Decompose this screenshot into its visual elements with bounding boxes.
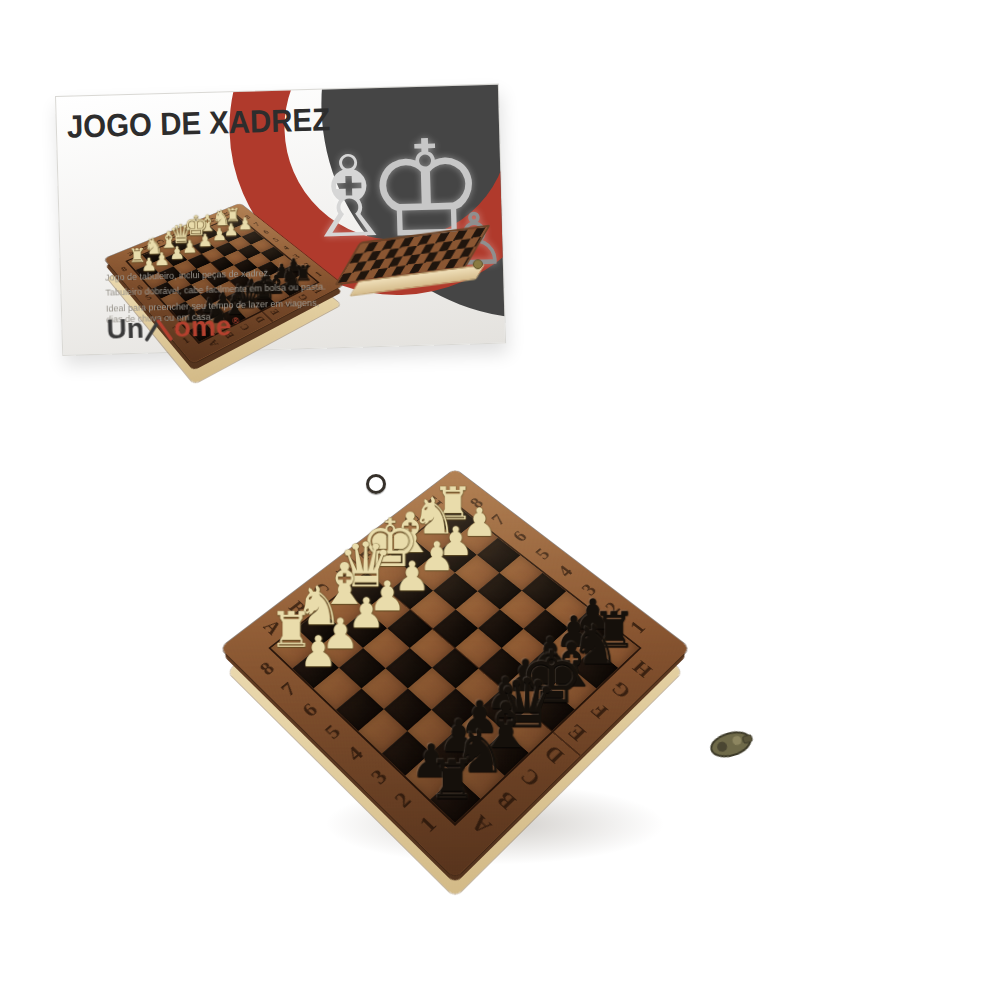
- piece-glyph: ♟: [132, 250, 192, 269]
- file-label-far-A: A: [125, 250, 138, 257]
- file-label-far-E: E: [354, 544, 380, 565]
- square-f7: ♟: [411, 555, 455, 591]
- rank-label-4: 4: [343, 742, 369, 767]
- square-e6: [410, 591, 455, 629]
- piece-glyph: ♞: [378, 491, 490, 541]
- piece-glyph: ♞: [194, 208, 249, 231]
- square-e8: ♚: [367, 555, 411, 591]
- square-e7: ♟: [193, 240, 215, 254]
- packaging-box: ♗ ♔ ♙ JOGO DE XADREZ ♜♞♝♛♚♝♞♜♟♟♟♟♟♟♟♟♟♟♟…: [55, 84, 506, 356]
- file-label-far-H: H: [420, 493, 447, 514]
- piece-glyph: ♟: [258, 631, 380, 674]
- file-label-far-C: C: [307, 579, 335, 602]
- square-f6: [433, 573, 477, 610]
- file-label-far-G: G: [207, 216, 219, 223]
- piece-glyph: ♟: [355, 557, 471, 598]
- square-e7: ♟: [389, 573, 433, 610]
- file-label-far-D: D: [167, 233, 179, 240]
- square-h6: [477, 538, 520, 573]
- square-f5: [224, 250, 247, 265]
- brand-prefix: Un: [106, 315, 144, 344]
- square-d8: ♛: [344, 573, 388, 610]
- square-g7: ♟: [220, 229, 242, 242]
- rank-label-1: 1: [414, 811, 442, 838]
- square-e6: [202, 248, 225, 263]
- piece-glyph: ♟: [160, 238, 218, 257]
- box-folded-board: [346, 233, 479, 290]
- piece-glyph: ♛: [308, 534, 424, 596]
- square-f8: ♝: [198, 227, 220, 240]
- rank-label-right-5: 5: [271, 236, 281, 243]
- piece-glyph: ♚: [333, 511, 447, 577]
- file-label-far-C: C: [153, 238, 165, 245]
- square-d6: [188, 254, 211, 269]
- square-h5: [499, 555, 543, 591]
- product-photo: ♗ ♔ ♙ JOGO DE XADREZ ♜♞♝♛♚♝♞♜♟♟♟♟♟♟♟♟♟♟♟…: [0, 0, 1000, 1000]
- house-icon: [145, 317, 174, 342]
- square-d8: ♛: [171, 238, 193, 252]
- square-e5: [432, 609, 477, 648]
- square-f5: [455, 591, 500, 629]
- piece-glyph: ♟: [399, 522, 512, 562]
- square-h4: [521, 573, 565, 610]
- file-label-far-E: E: [181, 227, 193, 234]
- square-f7: ♟: [206, 234, 228, 248]
- piece-glyph: ♜: [387, 754, 519, 808]
- rank-label-right-4: 4: [553, 562, 577, 582]
- file-label-far-B: B: [139, 244, 151, 251]
- piece-glyph: ♞: [124, 235, 183, 259]
- piece-glyph: ♛: [152, 220, 209, 247]
- box-title: JOGO DE XADREZ: [66, 101, 330, 145]
- square-f8: ♝: [390, 538, 433, 573]
- piece-glyph: ♟: [380, 537, 494, 577]
- rank-label-right-7: 7: [252, 221, 262, 227]
- file-label-far-F: F: [377, 527, 402, 547]
- square-g5: [477, 573, 521, 610]
- brand-suffix: ome: [173, 312, 231, 342]
- rank-label-7: 7: [276, 678, 301, 701]
- square-c8: ♝: [157, 243, 179, 257]
- rank-label-6: 6: [298, 699, 323, 722]
- chess-board: ♜♞♝♛♚♝♞♜♟♟♟♟♟♟♟♟♟♟♟♟♟♟♟♟♜♞♝♛♚♝♞♜88AA77BB…: [220, 469, 690, 879]
- piece-glyph: ♜: [108, 245, 167, 266]
- rank-label-right-3: 3: [577, 580, 602, 600]
- rank-label-right-6: 6: [261, 228, 271, 235]
- square-g6: [455, 555, 499, 591]
- piece-glyph: ♝: [354, 505, 467, 561]
- piece-glyph: ♝: [140, 228, 198, 253]
- rank-label-right-5: 5: [531, 544, 555, 563]
- square-e8: ♚: [184, 232, 206, 246]
- file-label-A: A: [466, 809, 497, 839]
- piece-glyph: ♟: [203, 220, 259, 238]
- square-h7: ♟: [233, 223, 255, 236]
- piece-glyph: ♝: [179, 212, 235, 236]
- square-h7: ♟: [455, 521, 498, 555]
- square-h8: ♜: [224, 216, 245, 229]
- piece-glyph: ♟: [148, 243, 207, 262]
- square-c7: ♟: [165, 252, 188, 267]
- chess-board-3d-scene: ♜♞♝♛♚♝♞♜♟♟♟♟♟♟♟♟♟♟♟♟♟♟♟♟♜♞♝♛♚♝♞♜88AA77BB…: [125, 348, 785, 948]
- file-label-far-H: H: [219, 211, 231, 218]
- square-h5: [251, 239, 274, 253]
- rank-label-right-4: 4: [280, 244, 290, 251]
- piece-glyph: ♜: [398, 482, 509, 527]
- square-g8: ♞: [412, 521, 455, 555]
- piece-glyph: ♟: [217, 215, 273, 233]
- piece-glyph: ♜: [206, 206, 261, 226]
- square-h8: ♜: [434, 504, 476, 537]
- hinge-pull-ring-icon: [366, 474, 386, 494]
- registered-mark: ®: [232, 317, 239, 326]
- square-b8: ♞: [143, 249, 165, 264]
- square-f6: [215, 242, 238, 256]
- piece-glyph: ♚: [167, 212, 224, 241]
- file-label-far-G: G: [398, 509, 425, 530]
- rank-label-5: 5: [320, 720, 346, 744]
- rank-label-right-8: 8: [243, 214, 252, 220]
- rank-label-right-7: 7: [487, 511, 510, 529]
- piece-glyph: ♟: [191, 225, 248, 244]
- rank-label-right-6: 6: [509, 527, 533, 546]
- square-h6: [242, 231, 264, 245]
- rank-label-right-8: 8: [466, 494, 489, 512]
- piece-glyph: ♟: [176, 231, 234, 250]
- square-a1: ♜: [430, 776, 480, 823]
- square-g7: ♟: [433, 538, 476, 573]
- file-label-far-F: F: [194, 222, 205, 228]
- square-a8: ♜: [128, 255, 151, 270]
- piece-glyph: ♟: [424, 504, 536, 543]
- square-g6: [229, 237, 251, 251]
- file-label-far-D: D: [331, 561, 358, 583]
- square-g8: ♞: [211, 221, 233, 234]
- square-g5: [238, 245, 261, 259]
- brand-logo: Un ome ®: [106, 312, 239, 344]
- square-d7: ♟: [179, 246, 202, 260]
